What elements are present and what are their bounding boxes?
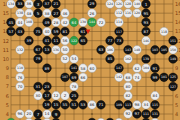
move-number: 23: [45, 84, 50, 89]
move-number: 110: [17, 66, 23, 70]
row-label-right: 16: [175, 1, 180, 7]
move-number: 20: [27, 111, 32, 116]
move-number: 104: [143, 66, 149, 70]
move-number: 51: [72, 102, 77, 107]
row-label-left: 7: [6, 83, 9, 89]
row-label-right: 9: [175, 65, 178, 71]
row-label-right: 4: [175, 111, 178, 117]
move-number: 66: [81, 75, 86, 80]
move-number: 113: [125, 103, 131, 107]
move-number: 71: [99, 102, 104, 107]
row-label-left: 10: [3, 56, 9, 62]
move-number: 131: [152, 112, 158, 116]
move-number: 7: [37, 112, 40, 117]
move-number: 102: [125, 57, 131, 61]
move-number: 64: [72, 20, 77, 25]
move-number: 138: [17, 11, 23, 15]
move-number: 28: [54, 20, 59, 25]
move-number: 97: [135, 111, 140, 116]
move-number: 21: [54, 1, 59, 6]
move-number: 126: [116, 2, 122, 6]
move-number: 72: [99, 20, 104, 25]
row-label-right: 5: [175, 102, 178, 108]
star-point: [91, 58, 93, 60]
move-number: 149: [170, 57, 176, 61]
move-number: 92: [126, 111, 131, 116]
move-number: 128: [125, 2, 131, 6]
move-number: 142: [116, 75, 122, 79]
move-number: 80: [126, 84, 131, 89]
move-number: 75: [36, 29, 41, 34]
move-number: 9: [55, 112, 58, 117]
move-number: 103: [152, 48, 158, 52]
move-number: 99: [153, 75, 158, 80]
move-number: 122: [71, 39, 77, 43]
move-number: 69: [72, 75, 77, 80]
move-number: 39: [27, 38, 32, 43]
row-label-right: 13: [175, 28, 180, 34]
move-number: 96: [18, 111, 23, 116]
move-number: 89: [45, 66, 50, 71]
move-number: 120: [134, 11, 140, 15]
move-number: 27: [54, 11, 59, 16]
move-number: 31: [36, 84, 41, 89]
move-number: 37: [45, 1, 50, 6]
move-number: 29: [90, 1, 95, 6]
move-number: 108: [26, 20, 32, 24]
move-number: 76: [18, 75, 23, 80]
row-label-left: 8: [6, 74, 9, 80]
move-number: 124: [107, 2, 113, 6]
move-number: 15: [54, 102, 59, 107]
move-number: 101: [161, 75, 167, 79]
move-number: 49: [45, 20, 50, 25]
move-number: 79: [36, 56, 41, 61]
row-label-left: 15: [3, 10, 9, 16]
move-number: 36: [27, 1, 32, 6]
row-label-right: 6: [175, 93, 178, 99]
move-number: 130: [80, 20, 86, 24]
move-number: 56: [63, 38, 68, 43]
move-number: 82: [126, 93, 131, 98]
move-number: 132: [17, 48, 23, 52]
move-number: 25: [72, 93, 77, 98]
move-number: 54: [72, 56, 77, 61]
move-number: 106: [107, 48, 113, 52]
move-number: 150: [170, 48, 176, 52]
move-number: 34: [144, 102, 149, 107]
go-board[interactable]: 1616151514141313121211111010998877665544…: [0, 0, 180, 120]
move-number: 11: [54, 38, 59, 43]
move-number: 40: [45, 29, 50, 34]
move-number: 86: [90, 102, 95, 107]
move-number: 147: [116, 66, 122, 70]
move-number: 13: [45, 47, 50, 52]
move-number: 2: [64, 93, 67, 98]
move-number: 44: [18, 20, 23, 25]
move-number: 63: [99, 47, 104, 52]
move-number: 38: [45, 11, 50, 16]
move-number: 127: [170, 85, 176, 89]
move-number: 30: [36, 93, 41, 98]
row-label-left: 12: [3, 38, 9, 44]
move-number: 93: [144, 20, 149, 25]
move-number: 146: [143, 39, 149, 43]
move-number: 141: [71, 66, 77, 70]
move-number: 5: [37, 11, 40, 16]
move-number: 125: [170, 75, 176, 79]
move-number: 81: [63, 29, 68, 34]
move-number: 68: [126, 75, 131, 80]
move-number: 65: [81, 38, 86, 43]
row-label-left: 11: [3, 47, 9, 53]
move-number: 143: [125, 48, 131, 52]
move-number: 91: [153, 66, 158, 71]
move-number: 78: [72, 84, 77, 89]
move-number: 46: [63, 11, 68, 16]
move-number: 117: [116, 30, 122, 34]
move-number: 12: [54, 93, 59, 98]
move-number: 105: [161, 48, 167, 52]
move-number: 26: [90, 11, 95, 16]
move-number: 134: [8, 2, 14, 6]
move-number: 42: [63, 20, 68, 25]
move-number: 52: [63, 56, 68, 61]
move-number: 111: [143, 112, 149, 116]
row-label-right: 15: [175, 10, 180, 16]
move-number: 84: [153, 93, 158, 98]
move-number: 3: [37, 2, 40, 7]
move-number: 70: [18, 84, 23, 89]
move-number: 87: [144, 29, 149, 34]
move-number: 151: [170, 39, 176, 43]
move-number: 1: [145, 2, 148, 7]
move-number: 61: [81, 29, 86, 34]
move-number: 148: [134, 48, 140, 52]
move-number: 116: [125, 11, 131, 15]
move-number: 60: [90, 66, 95, 71]
move-number: 144: [89, 20, 95, 24]
move-number: 43: [18, 29, 23, 34]
star-point: [91, 113, 93, 115]
row-label-left: 6: [6, 93, 9, 99]
move-number: 112: [116, 11, 122, 15]
move-number: 62: [135, 66, 140, 71]
move-number: 136: [53, 48, 59, 52]
move-number: 139: [143, 57, 149, 61]
move-number: 74: [135, 75, 140, 80]
move-number: 140: [134, 2, 140, 6]
move-number: 50: [63, 47, 68, 52]
move-number: 114: [116, 20, 122, 24]
move-number: 109: [116, 103, 122, 107]
move-number: 17: [45, 93, 50, 98]
move-number: 73: [117, 38, 122, 43]
move-number: 14: [45, 111, 50, 116]
move-number: 57: [9, 29, 14, 34]
row-label-left: 5: [6, 102, 9, 108]
move-number: 55: [63, 102, 68, 107]
move-number: 98: [135, 102, 140, 107]
go-board-screenshot: 1616151514141313121211111010998877665544…: [0, 0, 180, 120]
move-number: 58: [81, 66, 86, 71]
move-number: 67: [36, 47, 41, 52]
move-number: 48: [27, 11, 32, 16]
move-number: 41: [45, 38, 50, 43]
move-number: 115: [152, 103, 158, 107]
move-number: 77: [108, 38, 113, 43]
row-label-left: 4: [6, 111, 9, 117]
move-number: 59: [54, 29, 59, 34]
move-number: 118: [161, 30, 167, 34]
move-number: 95: [144, 11, 149, 16]
move-number: 45: [9, 20, 14, 25]
row-label-left: 9: [6, 65, 9, 71]
move-number: 19: [45, 102, 50, 107]
move-number: 53: [81, 102, 86, 107]
move-number: 107: [62, 75, 68, 79]
move-number: 33: [18, 1, 23, 6]
move-number: 85: [108, 56, 113, 61]
row-label-right: 14: [175, 19, 180, 25]
